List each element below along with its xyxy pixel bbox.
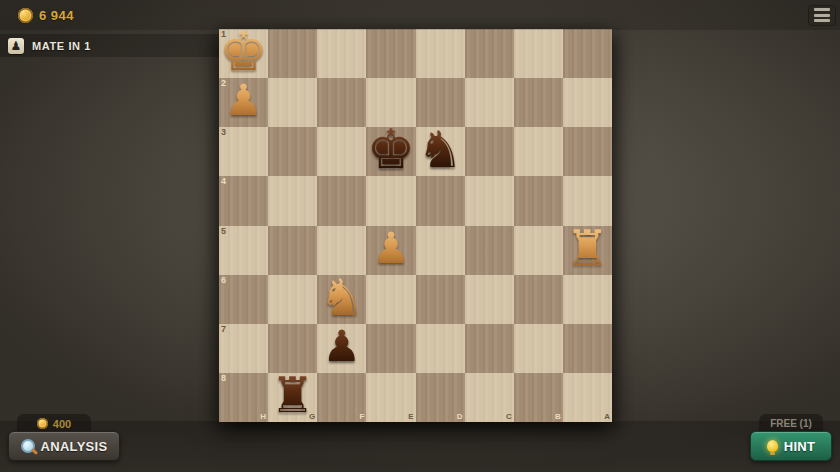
square-e7[interactable] <box>366 324 415 373</box>
file-label-f: F <box>359 413 364 421</box>
pawn-badge-icon: ♟ <box>8 38 24 54</box>
square-b7[interactable] <box>514 324 563 373</box>
hint-group: FREE (1) HINT <box>750 414 832 461</box>
black-pawn-piece[interactable]: ♟ <box>317 322 366 371</box>
square-f1[interactable] <box>317 29 366 78</box>
square-a5[interactable]: ♜ <box>563 226 612 275</box>
square-a7[interactable] <box>563 324 612 373</box>
square-d7[interactable] <box>416 324 465 373</box>
square-f6[interactable]: ♞ <box>317 275 366 324</box>
square-h8[interactable]: 8H <box>219 373 268 422</box>
square-e8[interactable]: E <box>366 373 415 422</box>
square-b1[interactable] <box>514 29 563 78</box>
coin-icon <box>37 418 48 429</box>
square-g1[interactable] <box>268 29 317 78</box>
square-f7[interactable]: ♟ <box>317 324 366 373</box>
square-b2[interactable] <box>514 78 563 127</box>
coin-balance: 6 944 <box>18 8 74 23</box>
black-king-piece[interactable]: ♚ <box>366 125 415 174</box>
square-f4[interactable] <box>317 176 366 225</box>
square-b4[interactable] <box>514 176 563 225</box>
square-g4[interactable] <box>268 176 317 225</box>
square-a2[interactable] <box>563 78 612 127</box>
square-d1[interactable] <box>416 29 465 78</box>
puzzle-objective-label: MATE IN 1 <box>32 40 91 52</box>
hamburger-icon <box>814 8 830 11</box>
rank-label-7: 7 <box>221 325 226 334</box>
rank-label-4: 4 <box>221 177 226 186</box>
square-a1[interactable] <box>563 29 612 78</box>
white-rook-piece[interactable]: ♜ <box>563 224 612 273</box>
square-g2[interactable] <box>268 78 317 127</box>
square-c5[interactable] <box>465 226 514 275</box>
square-a8[interactable]: A <box>563 373 612 422</box>
square-h7[interactable]: 7 <box>219 324 268 373</box>
square-f3[interactable] <box>317 127 366 176</box>
rank-label-6: 6 <box>221 276 226 285</box>
analysis-cost-value: 400 <box>53 418 71 430</box>
square-a6[interactable] <box>563 275 612 324</box>
file-label-c: C <box>506 413 512 421</box>
rank-label-3: 3 <box>221 128 226 137</box>
hamburger-menu-button[interactable] <box>808 5 836 26</box>
square-d4[interactable] <box>416 176 465 225</box>
square-h4[interactable]: 4 <box>219 176 268 225</box>
square-e3[interactable]: ♚ <box>366 127 415 176</box>
square-h1[interactable]: 1♚ <box>219 29 268 78</box>
rank-label-8: 8 <box>221 374 226 383</box>
file-label-e: E <box>408 413 413 421</box>
square-c2[interactable] <box>465 78 514 127</box>
square-a4[interactable] <box>563 176 612 225</box>
black-knight-piece[interactable]: ♞ <box>416 125 465 174</box>
square-d3[interactable]: ♞ <box>416 127 465 176</box>
hint-button-label: HINT <box>784 439 816 454</box>
square-g6[interactable] <box>268 275 317 324</box>
app-background: 6 944 ♟ MATE IN 1 1♚2♟3♚♞45♟♜6♞7♟8HG♜FED… <box>0 0 840 472</box>
square-b5[interactable] <box>514 226 563 275</box>
white-pawn-piece[interactable]: ♟ <box>219 76 268 125</box>
square-g5[interactable] <box>268 226 317 275</box>
square-f8[interactable]: F <box>317 373 366 422</box>
square-d5[interactable] <box>416 226 465 275</box>
square-g3[interactable] <box>268 127 317 176</box>
square-c3[interactable] <box>465 127 514 176</box>
square-f2[interactable] <box>317 78 366 127</box>
file-label-b: B <box>555 413 561 421</box>
puzzle-objective-banner: ♟ MATE IN 1 <box>0 34 219 57</box>
square-h6[interactable]: 6 <box>219 275 268 324</box>
analysis-group: 400 ANALYSIS <box>8 414 120 461</box>
square-b6[interactable] <box>514 275 563 324</box>
magnifier-icon <box>21 439 35 453</box>
square-h5[interactable]: 5 <box>219 226 268 275</box>
white-pawn-piece[interactable]: ♟ <box>366 224 415 273</box>
rank-label-5: 5 <box>221 227 226 236</box>
square-b8[interactable]: B <box>514 373 563 422</box>
coin-balance-value: 6 944 <box>39 8 74 23</box>
coin-icon <box>18 8 33 23</box>
analysis-button-label: ANALYSIS <box>41 439 108 454</box>
square-c8[interactable]: C <box>465 373 514 422</box>
square-a3[interactable] <box>563 127 612 176</box>
lightbulb-icon <box>767 440 778 452</box>
square-g7[interactable] <box>268 324 317 373</box>
file-label-h: H <box>260 413 266 421</box>
square-c7[interactable] <box>465 324 514 373</box>
square-h3[interactable]: 3 <box>219 127 268 176</box>
square-e6[interactable] <box>366 275 415 324</box>
hamburger-icon <box>814 19 830 22</box>
pawn-badge-glyph: ♟ <box>11 40 22 52</box>
square-e4[interactable] <box>366 176 415 225</box>
square-c6[interactable] <box>465 275 514 324</box>
chess-board: 1♚2♟3♚♞45♟♜6♞7♟8HG♜FEDCBA <box>219 29 612 422</box>
file-label-a: A <box>604 413 610 421</box>
square-e5[interactable]: ♟ <box>366 226 415 275</box>
white-king-piece[interactable]: ♚ <box>219 27 268 76</box>
white-knight-piece[interactable]: ♞ <box>317 273 366 322</box>
hamburger-icon <box>814 14 830 17</box>
square-h2[interactable]: 2♟ <box>219 78 268 127</box>
square-e1[interactable] <box>366 29 415 78</box>
hint-button[interactable]: HINT <box>750 431 832 461</box>
square-c1[interactable] <box>465 29 514 78</box>
square-d8[interactable]: D <box>416 373 465 422</box>
file-label-d: D <box>457 413 463 421</box>
square-d6[interactable] <box>416 275 465 324</box>
black-rook-piece[interactable]: ♜ <box>268 371 317 420</box>
square-c4[interactable] <box>465 176 514 225</box>
analysis-button[interactable]: ANALYSIS <box>8 431 120 461</box>
square-g8[interactable]: G♜ <box>268 373 317 422</box>
square-b3[interactable] <box>514 127 563 176</box>
top-bar: 6 944 <box>0 0 840 30</box>
hint-free-label: FREE (1) <box>770 418 812 429</box>
